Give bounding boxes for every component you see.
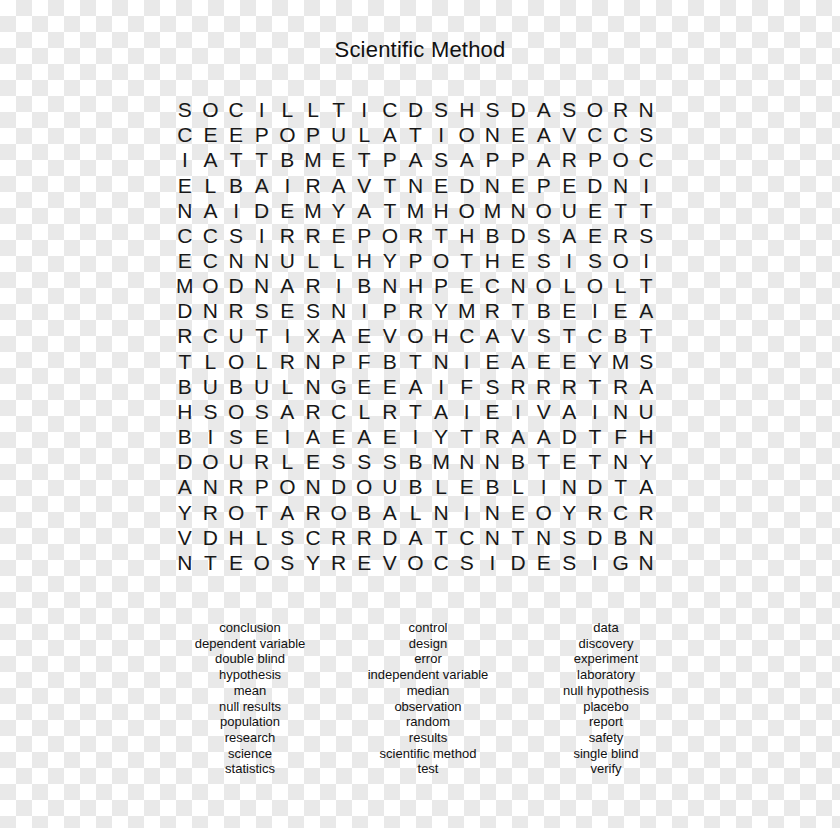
grid-cell: S	[377, 449, 403, 474]
grid-cell: R	[608, 374, 634, 399]
grid-cell: C	[326, 399, 352, 424]
grid-cell: R	[300, 273, 326, 298]
grid-cell: A	[326, 172, 352, 197]
grid-cell: U	[633, 399, 659, 424]
grid-cell: O	[454, 198, 480, 223]
grid-cell: I	[505, 399, 531, 424]
grid-cell: R	[531, 374, 557, 399]
grid-cell: L	[608, 273, 634, 298]
grid-cell: L	[275, 374, 301, 399]
grid-cell: B	[403, 449, 429, 474]
grid-cell: I	[454, 399, 480, 424]
grid-cell: N	[300, 374, 326, 399]
word-list-item: science	[161, 746, 339, 762]
word-list-item: error	[339, 651, 517, 667]
grid-cell: U	[223, 323, 249, 348]
grid-cell: E	[556, 349, 582, 374]
word-list-item: hypothesis	[161, 667, 339, 683]
grid-cell: O	[582, 97, 608, 122]
grid-cell: U	[377, 474, 403, 499]
grid-cell: I	[326, 273, 352, 298]
grid-cell: I	[454, 500, 480, 525]
word-list-item: median	[339, 683, 517, 699]
grid-cell: R	[505, 374, 531, 399]
grid-cell: N	[633, 550, 659, 575]
grid-cell: U	[275, 248, 301, 273]
grid-cell: O	[428, 248, 454, 273]
grid-cell: T	[172, 349, 198, 374]
grid-cell: X	[300, 323, 326, 348]
grid-cell: D	[505, 550, 531, 575]
grid-cell: B	[275, 147, 301, 172]
grid-cell: E	[531, 550, 557, 575]
word-list-item: random	[339, 714, 517, 730]
word-list-item: scientific method	[339, 746, 517, 762]
grid-cell: N	[249, 248, 275, 273]
word-list-item: null hypothesis	[517, 683, 695, 699]
grid-cell: A	[300, 424, 326, 449]
word-list-item: conclusion	[161, 620, 339, 636]
grid-cell: S	[275, 525, 301, 550]
grid-cell: D	[223, 273, 249, 298]
letter-grid: SOCILLTICDSHSDASORNCEEPOPULATIONEAVCCSIA…	[172, 97, 659, 575]
grid-cell: I	[249, 97, 275, 122]
grid-cell: E	[582, 223, 608, 248]
grid-cell: T	[428, 223, 454, 248]
grid-cell: T	[582, 424, 608, 449]
grid-cell: I	[275, 424, 301, 449]
grid-cell: S	[249, 399, 275, 424]
grid-cell: S	[454, 550, 480, 575]
grid-cell: I	[172, 147, 198, 172]
grid-cell: G	[608, 550, 634, 575]
grid-cell: A	[531, 97, 557, 122]
grid-cell: F	[454, 374, 480, 399]
grid-cell: B	[223, 172, 249, 197]
grid-cell: C	[223, 97, 249, 122]
word-search-puzzle-image: { "game": "word-search", "title": "Scien…	[0, 0, 840, 828]
grid-cell: R	[403, 223, 429, 248]
grid-cell: N	[377, 273, 403, 298]
grid-cell: S	[531, 323, 557, 348]
grid-cell: E	[198, 122, 224, 147]
grid-cell: R	[351, 525, 377, 550]
grid-cell: N	[608, 399, 634, 424]
grid-cell: O	[249, 550, 275, 575]
grid-cell: B	[480, 223, 506, 248]
grid-cell: T	[403, 122, 429, 147]
grid-cell: R	[326, 525, 352, 550]
grid-cell: P	[249, 474, 275, 499]
grid-cell: I	[582, 399, 608, 424]
grid-cell: O	[275, 474, 301, 499]
grid-cell: Y	[428, 298, 454, 323]
grid-cell: E	[326, 424, 352, 449]
grid-cell: D	[172, 449, 198, 474]
grid-cell: I	[582, 298, 608, 323]
grid-cell: R	[172, 323, 198, 348]
grid-cell: O	[351, 474, 377, 499]
grid-cell: E	[556, 298, 582, 323]
word-list-column: controldesignerrorindependent variableme…	[339, 620, 517, 777]
grid-cell: D	[172, 298, 198, 323]
grid-cell: N	[480, 525, 506, 550]
grid-cell: P	[377, 298, 403, 323]
grid-cell: V	[351, 172, 377, 197]
grid-cell: O	[326, 500, 352, 525]
grid-cell: A	[531, 424, 557, 449]
grid-cell: T	[608, 474, 634, 499]
grid-cell: U	[326, 122, 352, 147]
grid-cell: S	[223, 424, 249, 449]
grid-cell: N	[480, 172, 506, 197]
grid-cell: C	[454, 323, 480, 348]
word-list-item: report	[517, 714, 695, 730]
word-list-item: single blind	[517, 746, 695, 762]
grid-cell: H	[172, 399, 198, 424]
grid-cell: N	[326, 298, 352, 323]
grid-cell: A	[249, 172, 275, 197]
grid-cell: I	[403, 424, 429, 449]
grid-cell: N	[633, 97, 659, 122]
grid-cell: I	[275, 172, 301, 197]
grid-cell: F	[608, 424, 634, 449]
grid-cell: O	[608, 147, 634, 172]
grid-cell: O	[198, 97, 224, 122]
grid-cell: T	[608, 198, 634, 223]
word-list: conclusiondependent variabledouble blind…	[0, 620, 840, 777]
grid-cell: H	[351, 248, 377, 273]
grid-cell: H	[633, 424, 659, 449]
grid-cell: O	[198, 449, 224, 474]
grid-cell: T	[377, 172, 403, 197]
grid-cell: S	[633, 349, 659, 374]
grid-cell: A	[377, 122, 403, 147]
grid-cell: T	[454, 248, 480, 273]
grid-cell: P	[326, 349, 352, 374]
grid-cell: L	[300, 97, 326, 122]
grid-cell: M	[300, 198, 326, 223]
grid-cell: V	[377, 550, 403, 575]
grid-cell: U	[198, 374, 224, 399]
grid-cell: E	[582, 198, 608, 223]
grid-cell: N	[300, 474, 326, 499]
grid-cell: H	[454, 97, 480, 122]
grid-cell: S	[531, 223, 557, 248]
grid-cell: T	[633, 323, 659, 348]
grid-cell: Y	[556, 500, 582, 525]
word-list-item: dependent variable	[161, 636, 339, 652]
grid-cell: E	[351, 374, 377, 399]
grid-cell: A	[505, 424, 531, 449]
grid-cell: S	[633, 223, 659, 248]
grid-cell: Y	[582, 349, 608, 374]
word-list-item: safety	[517, 730, 695, 746]
grid-cell: H	[428, 198, 454, 223]
word-list-column: datadiscoveryexperimentlaboratorynull hy…	[517, 620, 695, 777]
grid-cell: I	[531, 474, 557, 499]
grid-cell: I	[249, 223, 275, 248]
grid-cell: L	[249, 349, 275, 374]
grid-cell: E	[377, 374, 403, 399]
grid-cell: C	[608, 122, 634, 147]
grid-cell: C	[300, 525, 326, 550]
grid-cell: R	[633, 500, 659, 525]
word-list-item: placebo	[517, 699, 695, 715]
grid-cell: N	[172, 550, 198, 575]
grid-cell: T	[633, 198, 659, 223]
grid-cell: E	[275, 198, 301, 223]
grid-cell: O	[223, 349, 249, 374]
grid-cell: T	[249, 323, 275, 348]
grid-cell: E	[608, 298, 634, 323]
grid-cell: A	[351, 198, 377, 223]
grid-cell: P	[351, 223, 377, 248]
grid-cell: S	[428, 147, 454, 172]
word-list-item: research	[161, 730, 339, 746]
grid-cell: A	[556, 399, 582, 424]
grid-cell: B	[403, 474, 429, 499]
word-list-item: mean	[161, 683, 339, 699]
grid-cell: T	[531, 449, 557, 474]
grid-cell: S	[198, 399, 224, 424]
grid-cell: A	[428, 399, 454, 424]
grid-cell: T	[582, 374, 608, 399]
grid-cell: S	[300, 298, 326, 323]
grid-cell: V	[531, 399, 557, 424]
grid-cell: C	[480, 273, 506, 298]
grid-cell: B	[480, 474, 506, 499]
word-list-item: laboratory	[517, 667, 695, 683]
grid-cell: E	[275, 298, 301, 323]
grid-cell: O	[531, 198, 557, 223]
grid-cell: R	[275, 223, 301, 248]
grid-cell: E	[351, 550, 377, 575]
grid-cell: D	[505, 97, 531, 122]
grid-cell: B	[172, 424, 198, 449]
grid-cell: O	[531, 273, 557, 298]
grid-cell: V	[556, 122, 582, 147]
grid-cell: O	[198, 273, 224, 298]
grid-cell: S	[480, 97, 506, 122]
grid-cell: Y	[172, 500, 198, 525]
grid-cell: L	[275, 449, 301, 474]
grid-cell: A	[633, 374, 659, 399]
grid-cell: A	[403, 525, 429, 550]
grid-cell: N	[633, 525, 659, 550]
grid-cell: R	[326, 550, 352, 575]
grid-cell: D	[505, 223, 531, 248]
grid-cell: P	[582, 147, 608, 172]
grid-cell: I	[351, 298, 377, 323]
word-list-item: results	[339, 730, 517, 746]
grid-cell: A	[403, 374, 429, 399]
grid-cell: Y	[377, 248, 403, 273]
grid-cell: S	[556, 525, 582, 550]
grid-cell: H	[223, 525, 249, 550]
grid-cell: H	[454, 223, 480, 248]
grid-cell: S	[351, 449, 377, 474]
grid-cell: D	[582, 474, 608, 499]
grid-cell: A	[377, 500, 403, 525]
grid-cell: P	[403, 248, 429, 273]
grid-cell: E	[556, 449, 582, 474]
grid-cell: D	[403, 97, 429, 122]
grid-cell: O	[403, 323, 429, 348]
grid-cell: L	[198, 349, 224, 374]
grid-cell: E	[223, 122, 249, 147]
grid-cell: P	[300, 122, 326, 147]
grid-cell: A	[633, 298, 659, 323]
word-list-item: discovery	[517, 636, 695, 652]
grid-cell: R	[300, 500, 326, 525]
grid-cell: S	[172, 97, 198, 122]
grid-cell: L	[198, 172, 224, 197]
grid-cell: D	[326, 474, 352, 499]
grid-cell: Y	[300, 550, 326, 575]
grid-cell: B	[505, 449, 531, 474]
grid-cell: C	[377, 97, 403, 122]
grid-cell: P	[480, 147, 506, 172]
grid-cell: E	[223, 550, 249, 575]
grid-cell: P	[531, 172, 557, 197]
grid-cell: N	[480, 122, 506, 147]
grid-cell: A	[275, 273, 301, 298]
word-list-item: null results	[161, 699, 339, 715]
grid-cell: M	[454, 298, 480, 323]
grid-cell: H	[480, 248, 506, 273]
grid-cell: E	[454, 273, 480, 298]
grid-cell: P	[428, 273, 454, 298]
grid-cell: N	[428, 349, 454, 374]
grid-cell: C	[172, 122, 198, 147]
grid-cell: A	[505, 349, 531, 374]
grid-cell: N	[172, 198, 198, 223]
grid-cell: H	[428, 323, 454, 348]
grid-cell: T	[377, 198, 403, 223]
grid-cell: D	[198, 525, 224, 550]
grid-cell: R	[480, 424, 506, 449]
word-list-item: control	[339, 620, 517, 636]
word-list-item: independent variable	[339, 667, 517, 683]
grid-cell: S	[633, 122, 659, 147]
grid-cell: R	[300, 399, 326, 424]
grid-cell: P	[505, 147, 531, 172]
grid-cell: E	[454, 474, 480, 499]
grid-cell: A	[275, 399, 301, 424]
grid-cell: L	[351, 122, 377, 147]
grid-cell: D	[582, 172, 608, 197]
grid-cell: T	[351, 147, 377, 172]
grid-cell: M	[480, 198, 506, 223]
grid-cell: O	[275, 122, 301, 147]
grid-cell: E	[249, 424, 275, 449]
word-list-item: design	[339, 636, 517, 652]
grid-cell: N	[480, 449, 506, 474]
grid-cell: N	[454, 449, 480, 474]
grid-cell: C	[454, 525, 480, 550]
grid-cell: R	[300, 172, 326, 197]
grid-cell: R	[377, 399, 403, 424]
grid-cell: V	[377, 323, 403, 348]
grid-cell: O	[454, 122, 480, 147]
grid-cell: N	[428, 500, 454, 525]
grid-cell: N	[480, 500, 506, 525]
grid-cell: G	[326, 374, 352, 399]
grid-cell: O	[608, 248, 634, 273]
grid-cell: P	[249, 122, 275, 147]
grid-cell: C	[172, 223, 198, 248]
grid-cell: U	[223, 449, 249, 474]
grid-cell: T	[633, 273, 659, 298]
grid-cell: C	[198, 248, 224, 273]
grid-cell: T	[505, 525, 531, 550]
grid-cell: L	[275, 97, 301, 122]
grid-cell: O	[403, 550, 429, 575]
grid-cell: A	[198, 198, 224, 223]
grid-cell: V	[172, 525, 198, 550]
grid-cell: I	[480, 550, 506, 575]
grid-cell: P	[377, 147, 403, 172]
grid-cell: T	[326, 97, 352, 122]
grid-cell: L	[326, 248, 352, 273]
grid-cell: E	[172, 172, 198, 197]
word-list-item: test	[339, 761, 517, 777]
grid-cell: E	[300, 449, 326, 474]
grid-cell: B	[377, 349, 403, 374]
grid-cell: L	[300, 248, 326, 273]
grid-cell: T	[403, 349, 429, 374]
grid-cell: L	[505, 474, 531, 499]
grid-cell: C	[198, 323, 224, 348]
grid-cell: N	[556, 474, 582, 499]
puzzle-title: Scientific Method	[0, 37, 840, 63]
grid-cell: N	[531, 525, 557, 550]
grid-cell: D	[582, 525, 608, 550]
grid-cell: T	[198, 550, 224, 575]
grid-cell: B	[223, 374, 249, 399]
grid-cell: A	[275, 500, 301, 525]
grid-cell: B	[608, 323, 634, 348]
grid-cell: C	[198, 223, 224, 248]
grid-cell: Y	[428, 424, 454, 449]
grid-cell: T	[454, 424, 480, 449]
grid-cell: N	[505, 198, 531, 223]
grid-cell: T	[428, 525, 454, 550]
grid-cell: D	[249, 198, 275, 223]
grid-cell: A	[556, 223, 582, 248]
grid-cell: O	[223, 500, 249, 525]
grid-cell: N	[403, 172, 429, 197]
grid-cell: E	[505, 172, 531, 197]
grid-cell: M	[428, 449, 454, 474]
grid-cell: N	[608, 449, 634, 474]
grid-cell: L	[351, 399, 377, 424]
grid-cell: E	[172, 248, 198, 273]
grid-cell: R	[300, 223, 326, 248]
grid-cell: E	[505, 500, 531, 525]
grid-cell: R	[223, 474, 249, 499]
grid-cell: O	[531, 500, 557, 525]
grid-cell: I	[428, 122, 454, 147]
grid-cell: N	[505, 273, 531, 298]
grid-cell: T	[249, 500, 275, 525]
grid-cell: E	[556, 172, 582, 197]
grid-cell: A	[531, 147, 557, 172]
grid-cell: L	[428, 474, 454, 499]
grid-cell: R	[198, 500, 224, 525]
grid-cell: T	[505, 298, 531, 323]
